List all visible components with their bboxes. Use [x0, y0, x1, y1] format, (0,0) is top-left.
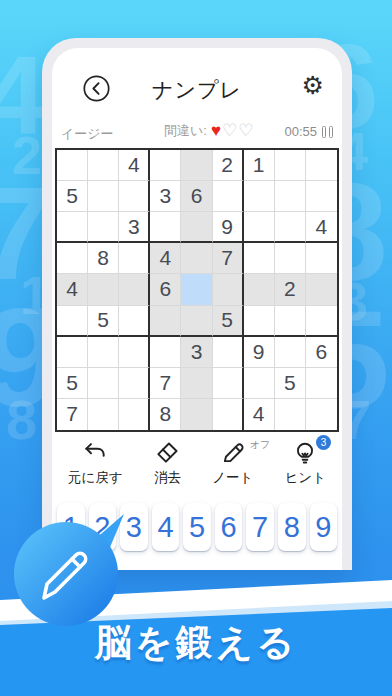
timer-group: 00:55 [284, 124, 333, 139]
cell-r2c6[interactable] [213, 181, 244, 212]
sudoku-grid: 42153639484746255396575784 [55, 148, 339, 432]
numpad-key-8[interactable]: 8 [278, 503, 306, 551]
heart-empty-icon: ♡ [222, 121, 238, 140]
cell-r2c4[interactable]: 3 [150, 181, 181, 212]
hint-label: ヒント [285, 469, 326, 487]
cell-r5c6[interactable] [213, 274, 244, 305]
cell-r1c9[interactable] [306, 150, 337, 181]
cell-r8c2[interactable] [88, 368, 119, 399]
cell-r2c8[interactable] [275, 181, 306, 212]
note-off-badge: オフ [250, 438, 270, 452]
note-label: ノート [212, 469, 253, 487]
cell-r4c9[interactable] [306, 243, 337, 274]
cell-r9c5[interactable] [181, 399, 212, 430]
cell-r7c7[interactable]: 9 [244, 337, 275, 368]
cell-r6c4[interactable] [150, 306, 181, 337]
cell-r8c6[interactable] [213, 368, 244, 399]
cell-r4c3[interactable] [119, 243, 150, 274]
cell-r3c6[interactable]: 9 [213, 212, 244, 243]
undo-label: 元に戻す [68, 469, 123, 487]
cell-r3c9[interactable]: 4 [306, 212, 337, 243]
toolbar: 元に戻す 消去 オフ ノート [52, 440, 342, 498]
cell-r8c8[interactable]: 5 [275, 368, 306, 399]
undo-icon [82, 440, 108, 466]
page-title: ナンプレ [52, 76, 342, 104]
eraser-icon [154, 440, 180, 466]
cell-r8c9[interactable] [306, 368, 337, 399]
cell-r1c4[interactable] [150, 150, 181, 181]
cell-r9c6[interactable] [213, 399, 244, 430]
cell-r7c4[interactable] [150, 337, 181, 368]
watermark-digit: 8 [6, 392, 37, 448]
cell-r6c6[interactable]: 5 [213, 306, 244, 337]
cell-r2c9[interactable] [306, 181, 337, 212]
cell-r4c5[interactable] [181, 243, 212, 274]
cell-r9c8[interactable] [275, 399, 306, 430]
cell-r4c7[interactable] [244, 243, 275, 274]
cell-r2c2[interactable] [88, 181, 119, 212]
cell-r7c5[interactable]: 3 [181, 337, 212, 368]
cell-r4c4[interactable]: 4 [150, 243, 181, 274]
cell-r3c4[interactable] [150, 212, 181, 243]
cell-r6c1[interactable] [57, 306, 88, 337]
watermark-digit: 2 [12, 128, 42, 182]
phone-mockup: ナンプレ ⚙ イージー 間違い: ♥♡♡ 00:55 4215363948474… [42, 38, 352, 570]
cell-r8c5[interactable] [181, 368, 212, 399]
cell-r2c3[interactable] [119, 181, 150, 212]
cell-r5c8[interactable]: 2 [275, 274, 306, 305]
cell-r9c1[interactable]: 7 [57, 399, 88, 430]
cell-r3c1[interactable] [57, 212, 88, 243]
cell-r1c1[interactable] [57, 150, 88, 181]
app-promo-screenshot: 427198648357 ナンプレ ⚙ イージー 間違い: ♥♡♡ 00:55 [0, 0, 392, 696]
gear-icon: ⚙ [302, 71, 324, 99]
cell-r7c6[interactable] [213, 337, 244, 368]
cell-r3c7[interactable] [244, 212, 275, 243]
app-screen: ナンプレ ⚙ イージー 間違い: ♥♡♡ 00:55 4215363948474… [52, 48, 342, 570]
cell-r9c9[interactable] [306, 399, 337, 430]
cell-r1c3[interactable]: 4 [119, 150, 150, 181]
cell-r3c8[interactable] [275, 212, 306, 243]
numpad-key-6[interactable]: 6 [215, 503, 243, 551]
cell-r1c2[interactable] [88, 150, 119, 181]
lightbulb-icon [292, 440, 318, 466]
cell-r6c3[interactable] [119, 306, 150, 337]
erase-button[interactable]: 消去 [154, 440, 181, 498]
watermark-digit: 4 [0, 40, 46, 152]
numpad-key-5[interactable]: 5 [183, 503, 211, 551]
cell-r7c2[interactable] [88, 337, 119, 368]
cell-r2c5[interactable]: 6 [181, 181, 212, 212]
cell-r3c5[interactable] [181, 212, 212, 243]
note-button[interactable]: オフ ノート [212, 440, 253, 498]
cell-r6c9[interactable] [306, 306, 337, 337]
cell-r7c9[interactable]: 6 [306, 337, 337, 368]
cell-r8c3[interactable] [119, 368, 150, 399]
cell-r2c7[interactable] [244, 181, 275, 212]
heart-filled-icon: ♥ [211, 121, 222, 140]
pencil-bubble[interactable] [6, 510, 130, 634]
hearts: ♥♡♡ [211, 122, 255, 140]
cell-r5c9[interactable] [306, 274, 337, 305]
cell-r1c5[interactable] [181, 150, 212, 181]
cell-r5c2[interactable] [88, 274, 119, 305]
cell-r1c6[interactable]: 2 [213, 150, 244, 181]
cell-r3c3[interactable]: 3 [119, 212, 150, 243]
erase-label: 消去 [154, 469, 181, 487]
numpad-key-4[interactable]: 4 [152, 503, 180, 551]
cell-r7c8[interactable] [275, 337, 306, 368]
cell-r7c1[interactable] [57, 337, 88, 368]
numpad-key-9[interactable]: 9 [310, 503, 338, 551]
cell-r6c8[interactable] [275, 306, 306, 337]
numpad-key-7[interactable]: 7 [246, 503, 274, 551]
cell-r6c5[interactable] [181, 306, 212, 337]
cell-r8c7[interactable] [244, 368, 275, 399]
difficulty-label: イージー [61, 125, 114, 143]
cell-r6c2[interactable]: 5 [88, 306, 119, 337]
cell-r1c7[interactable]: 1 [244, 150, 275, 181]
cell-r3c2[interactable] [88, 212, 119, 243]
cell-r5c4[interactable]: 6 [150, 274, 181, 305]
cell-r8c4[interactable]: 7 [150, 368, 181, 399]
cell-r2c1[interactable]: 5 [57, 181, 88, 212]
settings-button[interactable]: ⚙ [302, 73, 324, 98]
timer-value: 00:55 [284, 124, 317, 139]
undo-button[interactable]: 元に戻す [68, 440, 123, 498]
cell-r5c7[interactable] [244, 274, 275, 305]
cell-r5c3[interactable] [119, 274, 150, 305]
mistakes-label: 間違い: [164, 122, 207, 140]
cell-r5c5[interactable] [181, 274, 212, 305]
cell-r9c2[interactable] [88, 399, 119, 430]
hint-button[interactable]: 3 ヒント [285, 440, 326, 498]
cell-r5c1[interactable]: 4 [57, 274, 88, 305]
mistakes-indicator: 間違い: ♥♡♡ [164, 122, 255, 140]
cell-r9c7[interactable]: 4 [244, 399, 275, 430]
pencil-bubble-icon [6, 510, 130, 630]
cell-r4c2[interactable]: 8 [88, 243, 119, 274]
cell-r4c1[interactable] [57, 243, 88, 274]
cell-r6c7[interactable] [244, 306, 275, 337]
hint-count-badge: 3 [316, 435, 331, 450]
cell-r9c3[interactable] [119, 399, 150, 430]
cell-r4c8[interactable] [275, 243, 306, 274]
pause-icon[interactable] [322, 126, 333, 138]
cell-r4c6[interactable]: 7 [213, 243, 244, 274]
heart-empty-icon: ♡ [238, 121, 254, 140]
cell-r7c3[interactable] [119, 337, 150, 368]
cell-r8c1[interactable]: 5 [57, 368, 88, 399]
cell-r9c4[interactable]: 8 [150, 399, 181, 430]
pencil-icon [220, 440, 246, 466]
cell-r1c8[interactable] [275, 150, 306, 181]
